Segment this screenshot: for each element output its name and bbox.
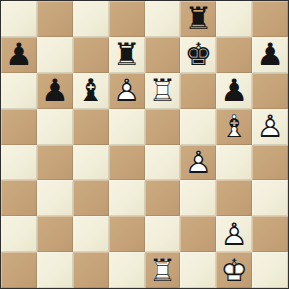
square-g2[interactable]: ♟♙ bbox=[216, 216, 252, 252]
square-b4[interactable] bbox=[37, 145, 73, 181]
square-h4[interactable] bbox=[252, 145, 288, 181]
square-c7[interactable] bbox=[73, 37, 109, 73]
square-h3[interactable] bbox=[252, 180, 288, 216]
piece-white-pawn-d6[interactable]: ♟♙ bbox=[109, 73, 145, 109]
white-bishop-icon: ♗ bbox=[216, 109, 252, 145]
black-pawn-icon: ♟ bbox=[1, 37, 37, 73]
white-rook-icon: ♖ bbox=[145, 73, 181, 109]
square-a4[interactable] bbox=[1, 145, 37, 181]
square-h7[interactable]: ♟ bbox=[252, 37, 288, 73]
black-bishop-icon: ♝ bbox=[73, 73, 109, 109]
white-king-icon: ♔ bbox=[216, 252, 252, 288]
black-rook-icon: ♜ bbox=[180, 1, 216, 37]
chess-board: ♜♟♜♚♟♟♝♟♙♜♖♟♝♗♟♙♟♙♟♙♜♖♚♔ bbox=[0, 0, 289, 289]
piece-white-pawn-h5[interactable]: ♟♙ bbox=[252, 109, 288, 145]
square-a7[interactable]: ♟ bbox=[1, 37, 37, 73]
square-c2[interactable] bbox=[73, 216, 109, 252]
square-b1[interactable] bbox=[37, 252, 73, 288]
square-a3[interactable] bbox=[1, 180, 37, 216]
square-e6[interactable]: ♜♖ bbox=[145, 73, 181, 109]
square-f1[interactable] bbox=[180, 252, 216, 288]
square-h8[interactable] bbox=[252, 1, 288, 37]
square-a1[interactable] bbox=[1, 252, 37, 288]
square-d8[interactable] bbox=[109, 1, 145, 37]
square-b8[interactable] bbox=[37, 1, 73, 37]
square-a6[interactable] bbox=[1, 73, 37, 109]
square-d7[interactable]: ♜ bbox=[109, 37, 145, 73]
piece-white-bishop-g5[interactable]: ♝♗ bbox=[216, 109, 252, 145]
square-c8[interactable] bbox=[73, 1, 109, 37]
square-b6[interactable]: ♟ bbox=[37, 73, 73, 109]
square-h5[interactable]: ♟♙ bbox=[252, 109, 288, 145]
square-c1[interactable] bbox=[73, 252, 109, 288]
square-b3[interactable] bbox=[37, 180, 73, 216]
square-f4[interactable]: ♟♙ bbox=[180, 145, 216, 181]
square-e5[interactable] bbox=[145, 109, 181, 145]
square-g8[interactable] bbox=[216, 1, 252, 37]
square-e1[interactable]: ♜♖ bbox=[145, 252, 181, 288]
piece-black-rook-d7[interactable]: ♜ bbox=[109, 37, 145, 73]
white-rook-icon: ♖ bbox=[145, 252, 181, 288]
square-d2[interactable] bbox=[109, 216, 145, 252]
black-king-icon: ♚ bbox=[180, 37, 216, 73]
piece-white-pawn-f4[interactable]: ♟♙ bbox=[180, 145, 216, 181]
white-pawn-icon: ♙ bbox=[109, 73, 145, 109]
piece-white-pawn-g2[interactable]: ♟♙ bbox=[216, 216, 252, 252]
square-f5[interactable] bbox=[180, 109, 216, 145]
square-e4[interactable] bbox=[145, 145, 181, 181]
square-h2[interactable] bbox=[252, 216, 288, 252]
square-e2[interactable] bbox=[145, 216, 181, 252]
square-d4[interactable] bbox=[109, 145, 145, 181]
square-f3[interactable] bbox=[180, 180, 216, 216]
square-c3[interactable] bbox=[73, 180, 109, 216]
piece-black-pawn-h7[interactable]: ♟ bbox=[252, 37, 288, 73]
black-rook-icon: ♜ bbox=[109, 37, 145, 73]
square-g4[interactable] bbox=[216, 145, 252, 181]
square-d5[interactable] bbox=[109, 109, 145, 145]
black-pawn-icon: ♟ bbox=[37, 73, 73, 109]
square-b2[interactable] bbox=[37, 216, 73, 252]
piece-black-king-f7[interactable]: ♚ bbox=[180, 37, 216, 73]
black-pawn-icon: ♟ bbox=[216, 73, 252, 109]
piece-white-king-g1[interactable]: ♚♔ bbox=[216, 252, 252, 288]
square-d1[interactable] bbox=[109, 252, 145, 288]
square-c5[interactable] bbox=[73, 109, 109, 145]
square-f6[interactable] bbox=[180, 73, 216, 109]
square-h6[interactable] bbox=[252, 73, 288, 109]
piece-black-pawn-b6[interactable]: ♟ bbox=[37, 73, 73, 109]
piece-black-pawn-g6[interactable]: ♟ bbox=[216, 73, 252, 109]
square-a8[interactable] bbox=[1, 1, 37, 37]
square-a2[interactable] bbox=[1, 216, 37, 252]
square-g5[interactable]: ♝♗ bbox=[216, 109, 252, 145]
square-b7[interactable] bbox=[37, 37, 73, 73]
piece-white-rook-e1[interactable]: ♜♖ bbox=[145, 252, 181, 288]
square-f7[interactable]: ♚ bbox=[180, 37, 216, 73]
white-pawn-icon: ♙ bbox=[216, 216, 252, 252]
square-c4[interactable] bbox=[73, 145, 109, 181]
piece-black-pawn-a7[interactable]: ♟ bbox=[1, 37, 37, 73]
square-h1[interactable] bbox=[252, 252, 288, 288]
square-g3[interactable] bbox=[216, 180, 252, 216]
piece-black-rook-f8[interactable]: ♜ bbox=[180, 1, 216, 37]
square-d6[interactable]: ♟♙ bbox=[109, 73, 145, 109]
square-f2[interactable] bbox=[180, 216, 216, 252]
black-pawn-icon: ♟ bbox=[252, 37, 288, 73]
square-g7[interactable] bbox=[216, 37, 252, 73]
square-e8[interactable] bbox=[145, 1, 181, 37]
white-pawn-icon: ♙ bbox=[252, 109, 288, 145]
square-g1[interactable]: ♚♔ bbox=[216, 252, 252, 288]
white-pawn-icon: ♙ bbox=[180, 145, 216, 181]
square-d3[interactable] bbox=[109, 180, 145, 216]
square-b5[interactable] bbox=[37, 109, 73, 145]
square-f8[interactable]: ♜ bbox=[180, 1, 216, 37]
square-e7[interactable] bbox=[145, 37, 181, 73]
piece-black-bishop-c6[interactable]: ♝ bbox=[73, 73, 109, 109]
square-c6[interactable]: ♝ bbox=[73, 73, 109, 109]
square-e3[interactable] bbox=[145, 180, 181, 216]
square-g6[interactable]: ♟ bbox=[216, 73, 252, 109]
piece-white-rook-e6[interactable]: ♜♖ bbox=[145, 73, 181, 109]
square-a5[interactable] bbox=[1, 109, 37, 145]
